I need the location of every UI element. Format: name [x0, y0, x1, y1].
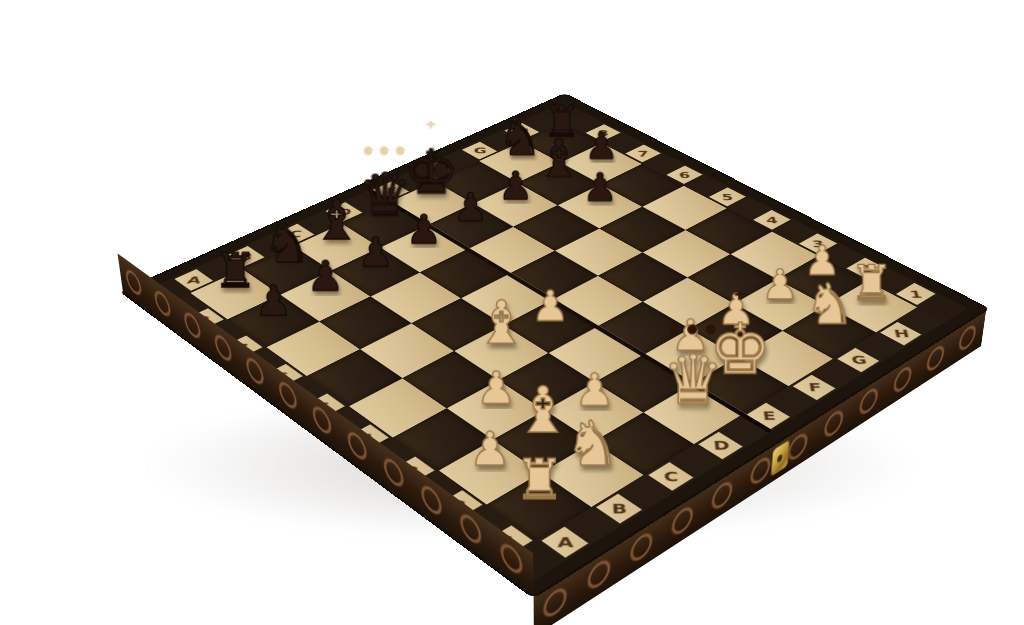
piece-black-pawn-g6[interactable]: ♟ — [570, 154, 630, 206]
king-cross-tip: ✚ — [706, 288, 774, 302]
piece-white-rook-a1[interactable]: ♜ — [502, 429, 576, 506]
white-rook-glyph: ♜ — [514, 453, 564, 506]
white-knight-glyph: ♞ — [804, 278, 854, 331]
white-pawn-glyph: ♟ — [531, 286, 569, 326]
product-photo-stage: ABCDEFGHABCDEFGH1234567812345678♜♞♝♛● ● … — [0, 0, 1024, 625]
piece-white-bishop-c4[interactable]: ♝ — [468, 271, 535, 352]
piece-white-knight-g1[interactable]: ♞ — [797, 258, 863, 332]
queen-crown-balls: ● ● ● — [355, 143, 416, 156]
black-pawn-glyph: ♟ — [406, 210, 442, 248]
brass-clasp — [771, 440, 789, 475]
piece-white-queen-d1[interactable]: ♛● ● ● — [658, 323, 728, 413]
black-pawn-glyph: ♟ — [498, 168, 533, 205]
piece-black-pawn-a7[interactable]: ♟ — [241, 263, 306, 320]
queen-crown-balls: ● ● ● — [658, 321, 728, 336]
king-cross-tip: ✚ — [402, 118, 462, 130]
white-bishop-glyph: ♝ — [475, 295, 529, 352]
black-pawn-glyph: ♟ — [583, 169, 618, 206]
black-pawn-glyph: ♟ — [453, 189, 488, 226]
black-pawn-glyph: ♟ — [357, 233, 393, 272]
black-pawn-glyph: ♟ — [307, 256, 344, 295]
black-pawn-glyph: ♟ — [255, 280, 293, 320]
white-queen-glyph: ♛ — [662, 349, 723, 414]
